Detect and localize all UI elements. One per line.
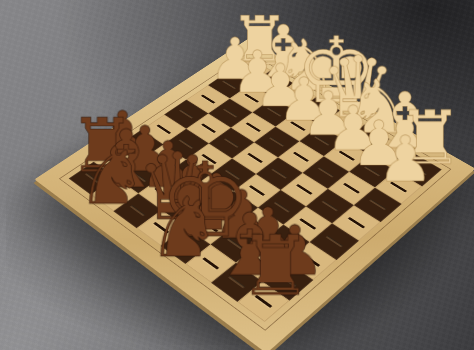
piece-slot bbox=[271, 168, 288, 179]
chess-board: ♜♝♞♚♛♞♝♜♟♟♟♟♟♟♟♟♟♟♟♟♟♟♟♟♜♝♞♛♚♞♝♜ bbox=[34, 39, 474, 350]
piece-slot bbox=[325, 235, 343, 248]
chess-board-squares: ♜♝♞♚♛♞♝♜♟♟♟♟♟♟♟♟♟♟♟♟♟♟♟♟♜♝♞♛♚♞♝♜ bbox=[69, 57, 442, 322]
piece-slot bbox=[343, 183, 361, 194]
piece-slot bbox=[296, 184, 313, 195]
square-a2[interactable]: ♟ bbox=[375, 171, 422, 204]
square-a8[interactable]: ♜ bbox=[237, 281, 289, 322]
piece-slot bbox=[293, 151, 310, 162]
piece-slot bbox=[347, 217, 365, 229]
black-rook[interactable]: ♜ bbox=[238, 224, 275, 307]
piece-slot bbox=[317, 167, 334, 178]
piece-slot bbox=[269, 137, 285, 148]
white-pawn[interactable]: ♟ bbox=[377, 128, 411, 191]
piece-slot bbox=[223, 108, 239, 118]
piece-slot bbox=[200, 94, 215, 104]
piece-slot bbox=[369, 199, 387, 211]
piece-slot bbox=[245, 122, 261, 132]
piece-slot bbox=[179, 109, 194, 119]
scene: ♜♝♞♚♛♞♝♜♟♟♟♟♟♟♟♟♟♟♟♟♟♟♟♟♜♝♞♛♚♞♝♜ bbox=[0, 0, 474, 350]
scene-3d: ♜♝♞♚♛♞♝♜♟♟♟♟♟♟♟♟♟♟♟♟♟♟♟♟♜♝♞♛♚♞♝♜ bbox=[0, 0, 474, 350]
